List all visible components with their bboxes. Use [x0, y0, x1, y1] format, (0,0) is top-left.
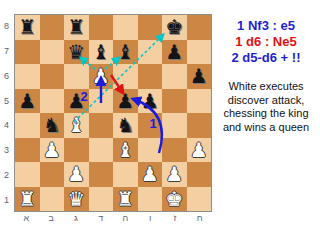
rank-label-3: 3 [0, 138, 13, 163]
square-b6[interactable] [40, 64, 65, 89]
black-pawn: ♟ [165, 42, 183, 62]
square-d7[interactable]: ♝ [89, 40, 114, 65]
square-h5[interactable] [187, 89, 212, 114]
square-b4[interactable]: ♞ [40, 113, 65, 138]
black-bishop: ♝ [116, 42, 134, 62]
square-c2[interactable]: ♟ [64, 162, 89, 187]
square-e4[interactable]: ♞ [113, 113, 138, 138]
square-c4[interactable]: ♝ [64, 113, 89, 138]
square-a4[interactable] [15, 113, 40, 138]
square-c1[interactable]: ♛ [64, 187, 89, 212]
square-c3[interactable] [64, 138, 89, 163]
white-rook: ♜ [116, 189, 134, 209]
square-e6[interactable] [113, 64, 138, 89]
square-d4[interactable] [89, 113, 114, 138]
black-pawn: ♟ [18, 91, 36, 111]
square-c5[interactable]: ♟ [64, 89, 89, 114]
white-bishop: ♝ [67, 115, 85, 135]
square-h6[interactable]: ♟ [187, 64, 212, 89]
square-a7[interactable] [15, 40, 40, 65]
square-g4[interactable] [162, 113, 187, 138]
square-b8[interactable] [40, 15, 65, 40]
rank-label-4: 4 [0, 113, 13, 138]
file-label-f: ו [138, 211, 163, 225]
square-f6[interactable] [138, 64, 163, 89]
lesson-caption: White executes discover attack, chessing… [212, 80, 320, 134]
square-g3[interactable] [162, 138, 187, 163]
file-label-g: ז [163, 211, 188, 225]
black-rook: ♜ [18, 17, 36, 37]
black-bishop: ♝ [92, 42, 110, 62]
file-label-e: ה [113, 211, 138, 225]
square-d2[interactable] [89, 162, 114, 187]
white-pawn: ♟ [190, 140, 208, 160]
square-b1[interactable] [40, 187, 65, 212]
square-b2[interactable] [40, 162, 65, 187]
square-g7[interactable]: ♟ [162, 40, 187, 65]
black-pawn: ♟ [67, 91, 85, 111]
move-list: 1 Nf3 : e5 1 d6 : Ne5 2 d5-d6 + !! [212, 18, 320, 66]
square-a3[interactable] [15, 138, 40, 163]
rank-label-7: 7 [0, 39, 13, 64]
rank-label-5: 5 [0, 88, 13, 113]
square-g1[interactable]: ♚ [162, 187, 187, 212]
square-g5[interactable] [162, 89, 187, 114]
square-f4[interactable] [138, 113, 163, 138]
square-h2[interactable] [187, 162, 212, 187]
square-f7[interactable] [138, 40, 163, 65]
white-queen: ♛ [67, 189, 85, 209]
file-labels: אבגדהוזח [14, 211, 212, 225]
rank-label-6: 6 [0, 64, 13, 89]
white-pawn: ♟ [92, 66, 110, 86]
square-g6[interactable] [162, 64, 187, 89]
square-h4[interactable] [187, 113, 212, 138]
square-d1[interactable] [89, 187, 114, 212]
black-pawn: ♟ [190, 66, 208, 86]
square-f2[interactable]: ♟ [138, 162, 163, 187]
file-label-c: ג [64, 211, 89, 225]
white-rook: ♜ [18, 189, 36, 209]
square-e3[interactable]: ♝ [113, 138, 138, 163]
square-h1[interactable] [187, 187, 212, 212]
square-c6[interactable] [64, 64, 89, 89]
rank-label-2: 2 [0, 163, 13, 188]
chess-board: ♜♜♚♛♝♝♟♟♟♟♟♟♟♞♝♞♟♝♟♟♟♟♜♛♜♚ [14, 14, 212, 212]
square-b5[interactable] [40, 89, 65, 114]
white-pawn: ♟ [141, 164, 159, 184]
square-e5[interactable]: ♟ [113, 89, 138, 114]
square-f5[interactable]: ♟ [138, 89, 163, 114]
black-pawn: ♟ [141, 91, 159, 111]
square-h8[interactable] [187, 15, 212, 40]
square-c7[interactable]: ♛ [64, 40, 89, 65]
square-g8[interactable]: ♚ [162, 15, 187, 40]
square-g2[interactable]: ♟ [162, 162, 187, 187]
white-pawn: ♟ [43, 140, 61, 160]
square-a5[interactable]: ♟ [15, 89, 40, 114]
black-knight: ♞ [116, 115, 134, 135]
file-label-d: ד [88, 211, 113, 225]
square-f8[interactable] [138, 15, 163, 40]
move-line-1: 1 Nf3 : e5 [212, 18, 320, 34]
rank-labels: 87654321 [0, 14, 13, 212]
square-e8[interactable] [113, 15, 138, 40]
square-e2[interactable] [113, 162, 138, 187]
caption-line: chessing the king [212, 107, 320, 121]
square-e1[interactable]: ♜ [113, 187, 138, 212]
black-pawn: ♟ [116, 91, 134, 111]
square-a2[interactable] [15, 162, 40, 187]
square-c8[interactable]: ♜ [64, 15, 89, 40]
black-king: ♚ [165, 17, 183, 37]
caption-line: and wins a queen [212, 121, 320, 135]
white-king: ♚ [165, 189, 183, 209]
white-pawn: ♟ [165, 164, 183, 184]
rank-label-8: 8 [0, 14, 13, 39]
annotation-panel: 1 Nf3 : e5 1 d6 : Ne5 2 d5-d6 + !! White… [212, 0, 320, 134]
caption-line: White executes [212, 80, 320, 94]
square-b3[interactable]: ♟ [40, 138, 65, 163]
file-label-h: ח [187, 211, 212, 225]
caption-line: discover attack, [212, 94, 320, 108]
square-f3[interactable] [138, 138, 163, 163]
move-line-2: 1 d6 : Ne5 [212, 34, 320, 50]
square-h3[interactable]: ♟ [187, 138, 212, 163]
square-a6[interactable] [15, 64, 40, 89]
square-e7[interactable]: ♝ [113, 40, 138, 65]
square-a8[interactable]: ♜ [15, 15, 40, 40]
move-line-3: 2 d5-d6 + !! [212, 50, 320, 66]
square-d6[interactable]: ♟ [89, 64, 114, 89]
file-label-b: ב [39, 211, 64, 225]
square-a1[interactable]: ♜ [15, 187, 40, 212]
black-queen: ♛ [67, 42, 85, 62]
black-rook: ♜ [67, 17, 85, 37]
square-b7[interactable] [40, 40, 65, 65]
square-d5[interactable] [89, 89, 114, 114]
white-bishop: ♝ [116, 140, 134, 160]
square-h7[interactable] [187, 40, 212, 65]
file-label-a: א [14, 211, 39, 225]
chess-lesson-screenshot: 87654321 ♜♜♚♛♝♝♟♟♟♟♟♟♟♞♝♞♟♝♟♟♟♟♜♛♜♚ אבגד… [0, 0, 320, 245]
black-knight: ♞ [43, 115, 61, 135]
square-d3[interactable] [89, 138, 114, 163]
white-pawn: ♟ [67, 164, 85, 184]
square-d8[interactable] [89, 15, 114, 40]
rank-label-1: 1 [0, 187, 13, 212]
square-f1[interactable] [138, 187, 163, 212]
